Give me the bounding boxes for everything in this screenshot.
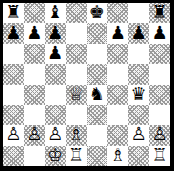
- black-bishop-piece: ♝: [47, 3, 63, 21]
- square-c3[interactable]: [45, 105, 66, 125]
- square-b8[interactable]: [24, 3, 45, 23]
- black-pawn-piece: ♟: [47, 44, 63, 62]
- black-pawn-piece: ♟: [5, 24, 21, 42]
- square-h7[interactable]: ♟: [149, 23, 170, 43]
- square-c1[interactable]: ♔: [45, 146, 66, 166]
- square-a4[interactable]: [3, 85, 24, 105]
- white-bishop-piece: ♗: [68, 125, 84, 143]
- square-g1[interactable]: [128, 146, 149, 166]
- square-h8[interactable]: ♜: [149, 3, 170, 23]
- square-h6[interactable]: [149, 44, 170, 64]
- white-pawn-piece: ♙: [131, 125, 147, 143]
- square-a8[interactable]: ♜: [3, 3, 24, 23]
- square-g6[interactable]: [128, 44, 149, 64]
- white-pawn-piece: ♙: [151, 125, 167, 143]
- square-d7[interactable]: [66, 23, 87, 43]
- square-f4[interactable]: [107, 85, 128, 105]
- square-g7[interactable]: ♟: [128, 23, 149, 43]
- square-e6[interactable]: [87, 44, 108, 64]
- square-h5[interactable]: [149, 64, 170, 84]
- square-f7[interactable]: ♟: [107, 23, 128, 43]
- white-queen-piece: ♕: [68, 85, 84, 103]
- white-pawn-piece: ♙: [5, 125, 21, 143]
- black-pawn-piece: ♟: [26, 24, 42, 42]
- square-c4[interactable]: [45, 85, 66, 105]
- square-g4[interactable]: ♛: [128, 85, 149, 105]
- square-g5[interactable]: [128, 64, 149, 84]
- square-f1[interactable]: ♗: [107, 146, 128, 166]
- square-f2[interactable]: [107, 125, 128, 145]
- white-bishop-piece: ♗: [110, 146, 126, 164]
- board-frame: ♜♝♚♜♟♟♟♟♟♟♟♕♞♛♙♙♙♗♙♙♔♖♗♖: [0, 0, 174, 171]
- square-e3[interactable]: [87, 105, 108, 125]
- square-b4[interactable]: [24, 85, 45, 105]
- black-pawn-piece: ♟: [110, 24, 126, 42]
- square-c6[interactable]: ♟: [45, 44, 66, 64]
- square-d4[interactable]: ♕: [66, 85, 87, 105]
- square-b1[interactable]: [24, 146, 45, 166]
- square-d2[interactable]: ♗: [66, 125, 87, 145]
- black-knight-piece: ♞: [89, 85, 105, 103]
- chess-board: ♜♝♚♜♟♟♟♟♟♟♟♕♞♛♙♙♙♗♙♙♔♖♗♖: [3, 3, 170, 166]
- square-b5[interactable]: [24, 64, 45, 84]
- square-e4[interactable]: ♞: [87, 85, 108, 105]
- square-g8[interactable]: [128, 3, 149, 23]
- white-rook-piece: ♖: [151, 146, 167, 164]
- square-h3[interactable]: [149, 105, 170, 125]
- square-h1[interactable]: ♖: [149, 146, 170, 166]
- square-a7[interactable]: ♟: [3, 23, 24, 43]
- square-a6[interactable]: [3, 44, 24, 64]
- square-a3[interactable]: [3, 105, 24, 125]
- white-rook-piece: ♖: [68, 146, 84, 164]
- white-pawn-piece: ♙: [26, 125, 42, 143]
- square-c7[interactable]: ♟: [45, 23, 66, 43]
- square-f8[interactable]: [107, 3, 128, 23]
- square-b6[interactable]: [24, 44, 45, 64]
- square-c8[interactable]: ♝: [45, 3, 66, 23]
- square-c5[interactable]: [45, 64, 66, 84]
- square-f3[interactable]: [107, 105, 128, 125]
- square-a5[interactable]: [3, 64, 24, 84]
- black-rook-piece: ♜: [151, 3, 167, 21]
- white-king-piece: ♔: [47, 146, 63, 164]
- square-d6[interactable]: [66, 44, 87, 64]
- square-e8[interactable]: ♚: [87, 3, 108, 23]
- square-c2[interactable]: ♙: [45, 125, 66, 145]
- square-e5[interactable]: [87, 64, 108, 84]
- square-b3[interactable]: [24, 105, 45, 125]
- square-h4[interactable]: [149, 85, 170, 105]
- black-king-piece: ♚: [89, 3, 105, 21]
- square-e2[interactable]: [87, 125, 108, 145]
- square-e1[interactable]: [87, 146, 108, 166]
- square-d5[interactable]: [66, 64, 87, 84]
- square-d3[interactable]: [66, 105, 87, 125]
- black-rook-piece: ♜: [5, 3, 21, 21]
- square-f6[interactable]: [107, 44, 128, 64]
- black-pawn-piece: ♟: [47, 24, 63, 42]
- black-pawn-piece: ♟: [151, 24, 167, 42]
- white-pawn-piece: ♙: [47, 125, 63, 143]
- square-g3[interactable]: [128, 105, 149, 125]
- square-d1[interactable]: ♖: [66, 146, 87, 166]
- square-b7[interactable]: ♟: [24, 23, 45, 43]
- black-queen-piece: ♛: [131, 85, 147, 103]
- black-pawn-piece: ♟: [131, 24, 147, 42]
- square-h2[interactable]: ♙: [149, 125, 170, 145]
- square-f5[interactable]: [107, 64, 128, 84]
- square-a1[interactable]: [3, 146, 24, 166]
- square-g2[interactable]: ♙: [128, 125, 149, 145]
- square-d8[interactable]: [66, 3, 87, 23]
- square-a2[interactable]: ♙: [3, 125, 24, 145]
- square-b2[interactable]: ♙: [24, 125, 45, 145]
- square-e7[interactable]: [87, 23, 108, 43]
